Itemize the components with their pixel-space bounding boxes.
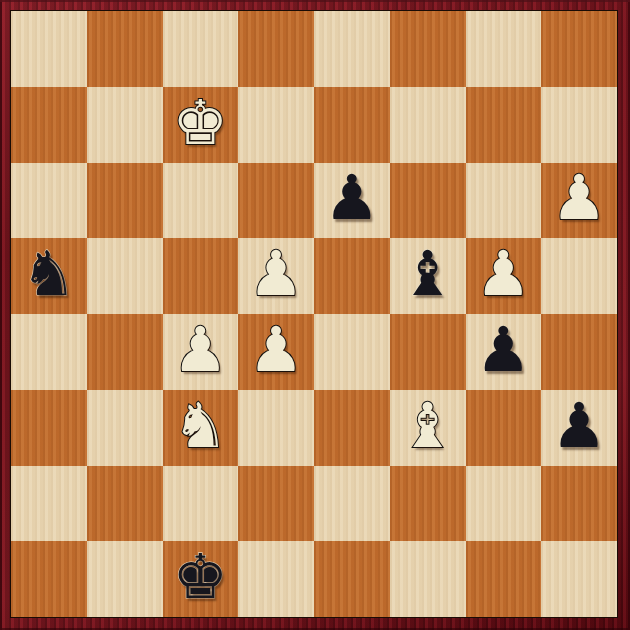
square-g8[interactable] bbox=[466, 11, 542, 87]
square-h8[interactable] bbox=[541, 11, 617, 87]
square-c2[interactable] bbox=[163, 466, 239, 542]
square-d7[interactable] bbox=[238, 87, 314, 163]
square-a5[interactable]: ♞ bbox=[11, 238, 87, 314]
square-b5[interactable] bbox=[87, 238, 163, 314]
square-f4[interactable] bbox=[390, 314, 466, 390]
square-b6[interactable] bbox=[87, 163, 163, 239]
square-f3[interactable]: ♝ bbox=[390, 390, 466, 466]
square-c1[interactable]: ♚ bbox=[163, 541, 239, 617]
piece-white-pawn-c4[interactable]: ♟ bbox=[173, 319, 229, 381]
square-d1[interactable] bbox=[238, 541, 314, 617]
square-f5[interactable]: ♝ bbox=[390, 238, 466, 314]
square-a8[interactable] bbox=[11, 11, 87, 87]
square-f2[interactable] bbox=[390, 466, 466, 542]
square-h1[interactable] bbox=[541, 541, 617, 617]
square-h3[interactable]: ♟ bbox=[541, 390, 617, 466]
piece-black-king-c1[interactable]: ♚ bbox=[173, 546, 229, 608]
square-e2[interactable] bbox=[314, 466, 390, 542]
square-d6[interactable] bbox=[238, 163, 314, 239]
square-g2[interactable] bbox=[466, 466, 542, 542]
piece-black-bishop-f5[interactable]: ♝ bbox=[400, 243, 456, 305]
piece-white-pawn-h6[interactable]: ♟ bbox=[551, 167, 607, 229]
square-c4[interactable]: ♟ bbox=[163, 314, 239, 390]
square-a4[interactable] bbox=[11, 314, 87, 390]
square-b4[interactable] bbox=[87, 314, 163, 390]
square-a6[interactable] bbox=[11, 163, 87, 239]
square-d3[interactable] bbox=[238, 390, 314, 466]
square-h4[interactable] bbox=[541, 314, 617, 390]
square-e1[interactable] bbox=[314, 541, 390, 617]
square-e3[interactable] bbox=[314, 390, 390, 466]
piece-white-pawn-d4[interactable]: ♟ bbox=[248, 319, 304, 381]
square-c6[interactable] bbox=[163, 163, 239, 239]
square-e8[interactable] bbox=[314, 11, 390, 87]
piece-white-pawn-g5[interactable]: ♟ bbox=[476, 243, 532, 305]
square-h2[interactable] bbox=[541, 466, 617, 542]
square-a1[interactable] bbox=[11, 541, 87, 617]
piece-white-knight-c3[interactable]: ♞ bbox=[173, 395, 229, 457]
piece-black-pawn-g4[interactable]: ♟ bbox=[476, 319, 532, 381]
square-h5[interactable] bbox=[541, 238, 617, 314]
piece-white-bishop-f3[interactable]: ♝ bbox=[400, 395, 456, 457]
square-g1[interactable] bbox=[466, 541, 542, 617]
piece-black-pawn-h3[interactable]: ♟ bbox=[551, 395, 607, 457]
square-h7[interactable] bbox=[541, 87, 617, 163]
square-e6[interactable]: ♟ bbox=[314, 163, 390, 239]
square-a3[interactable] bbox=[11, 390, 87, 466]
square-b2[interactable] bbox=[87, 466, 163, 542]
square-d2[interactable] bbox=[238, 466, 314, 542]
square-a2[interactable] bbox=[11, 466, 87, 542]
chess-board: ♚♟♟♞♟♝♟♟♟♟♞♝♟♚ bbox=[10, 10, 618, 618]
square-a7[interactable] bbox=[11, 87, 87, 163]
square-e4[interactable] bbox=[314, 314, 390, 390]
square-d5[interactable]: ♟ bbox=[238, 238, 314, 314]
square-g5[interactable]: ♟ bbox=[466, 238, 542, 314]
square-c8[interactable] bbox=[163, 11, 239, 87]
square-c3[interactable]: ♞ bbox=[163, 390, 239, 466]
square-b3[interactable] bbox=[87, 390, 163, 466]
chess-board-frame: ♚♟♟♞♟♝♟♟♟♟♞♝♟♚ bbox=[0, 0, 630, 630]
square-d8[interactable] bbox=[238, 11, 314, 87]
square-c7[interactable]: ♚ bbox=[163, 87, 239, 163]
square-g6[interactable] bbox=[466, 163, 542, 239]
square-b8[interactable] bbox=[87, 11, 163, 87]
square-f7[interactable] bbox=[390, 87, 466, 163]
square-e5[interactable] bbox=[314, 238, 390, 314]
square-c5[interactable] bbox=[163, 238, 239, 314]
square-h6[interactable]: ♟ bbox=[541, 163, 617, 239]
square-d4[interactable]: ♟ bbox=[238, 314, 314, 390]
square-g4[interactable]: ♟ bbox=[466, 314, 542, 390]
square-g7[interactable] bbox=[466, 87, 542, 163]
piece-black-knight-a5[interactable]: ♞ bbox=[21, 243, 77, 305]
square-e7[interactable] bbox=[314, 87, 390, 163]
square-b7[interactable] bbox=[87, 87, 163, 163]
square-f1[interactable] bbox=[390, 541, 466, 617]
square-g3[interactable] bbox=[466, 390, 542, 466]
square-b1[interactable] bbox=[87, 541, 163, 617]
piece-black-pawn-e6[interactable]: ♟ bbox=[324, 167, 380, 229]
square-f8[interactable] bbox=[390, 11, 466, 87]
square-f6[interactable] bbox=[390, 163, 466, 239]
piece-white-pawn-d5[interactable]: ♟ bbox=[248, 243, 304, 305]
piece-white-king-c7[interactable]: ♚ bbox=[173, 92, 229, 154]
